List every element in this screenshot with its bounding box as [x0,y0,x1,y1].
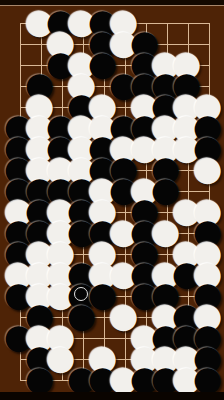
white-stone: ● [197,305,218,326]
white-stone: ● [197,95,218,116]
grid-line-vertical [146,23,147,381]
grid-line-vertical [167,23,168,381]
black-stone: ● [8,158,29,179]
white-stone: ● [29,326,50,347]
black-stone: ● [8,116,29,137]
black-stone: ● [50,179,71,200]
black-stone: ● [155,74,176,95]
black-stone: ● [155,368,176,389]
black-stone: ● [29,221,50,242]
black-stone: ● [92,32,113,53]
white-stone: ● [29,116,50,137]
white-stone: ● [113,137,134,158]
white-stone: ● [155,116,176,137]
white-stone: ● [134,326,155,347]
grid-line-horizontal [20,128,210,129]
black-stone: ● [134,263,155,284]
black-stone: ● [29,200,50,221]
white-stone: ● [29,137,50,158]
white-stone: ● [92,116,113,137]
white-stone: ● [92,242,113,263]
white-stone: ● [50,221,71,242]
grid-line-horizontal [20,65,210,66]
black-stone: ● [71,368,92,389]
black-stone: ● [71,305,92,326]
black-stone: ● [29,305,50,326]
grid-line-horizontal [20,233,210,234]
black-stone: ● [155,179,176,200]
black-stone: ● [197,347,218,368]
white-stone: ● [176,53,197,74]
black-stone: ● [71,221,92,242]
white-stone: ● [29,158,50,179]
grid-line-horizontal [20,149,210,150]
white-stone: ● [134,179,155,200]
grid-line-vertical [62,23,63,381]
black-stone: ● [155,95,176,116]
black-stone: ● [92,53,113,74]
white-stone: ● [176,200,197,221]
white-stone: ● [8,263,29,284]
top-bar-divider [0,5,224,6]
white-stone: ● [92,200,113,221]
white-stone: ● [29,95,50,116]
grid-line-vertical [41,23,42,381]
grid-line-horizontal [20,23,210,24]
white-stone: ● [176,242,197,263]
white-stone: ● [71,116,92,137]
black-stone: ● [29,347,50,368]
black-stone: ● [71,95,92,116]
black-stone: ● [8,137,29,158]
white-stone: ● [176,116,197,137]
grid-line-horizontal [20,296,210,297]
white-stone: ● [50,284,71,305]
black-stone: ● [50,11,71,32]
black-stone: ● [92,284,113,305]
white-stone: ● [92,263,113,284]
white-stone: ● [197,158,218,179]
black-stone: ● [92,368,113,389]
white-stone: ● [155,347,176,368]
black-stone: ● [113,158,134,179]
black-stone: ● [113,74,134,95]
black-stone: ● [71,284,92,305]
black-stone: ● [50,53,71,74]
black-stone: ● [176,263,197,284]
white-stone: ● [71,158,92,179]
black-stone: ● [71,263,92,284]
black-stone: ● [176,305,197,326]
black-stone: ● [134,116,155,137]
white-stone: ● [155,53,176,74]
grid-line-horizontal [20,86,210,87]
last-move-marker [74,287,88,301]
black-stone: ● [113,179,134,200]
white-stone: ● [155,137,176,158]
white-stone: ● [71,11,92,32]
black-stone: ● [197,137,218,158]
black-stone: ● [50,137,71,158]
grid-line-horizontal [20,212,210,213]
black-stone: ● [134,284,155,305]
grid-line-horizontal [20,44,210,45]
black-stone: ● [134,74,155,95]
grid-line-horizontal [20,275,210,276]
white-stone: ● [92,347,113,368]
black-stone: ● [8,221,29,242]
grid-line-horizontal [20,107,210,108]
white-stone: ● [29,263,50,284]
black-stone: ● [8,179,29,200]
app-screen: ●●●●●●●●●●●●●●●●●●●●●●●●●●●●●●●●●●●●●●●●… [0,0,224,400]
grid-line-horizontal [20,380,210,381]
black-stone: ● [92,11,113,32]
black-stone: ● [71,179,92,200]
grid-line-horizontal [20,317,210,318]
white-stone: ● [113,11,134,32]
white-stone: ● [50,326,71,347]
white-stone: ● [134,95,155,116]
white-stone: ● [113,221,134,242]
white-stone: ● [71,137,92,158]
black-stone: ● [155,284,176,305]
white-stone: ● [29,242,50,263]
white-stone: ● [92,95,113,116]
grid-line-vertical [188,23,189,381]
grid-line-horizontal [20,191,210,192]
white-stone: ● [29,11,50,32]
white-stone: ● [197,242,218,263]
black-stone: ● [29,368,50,389]
black-stone: ● [134,221,155,242]
black-stone: ● [155,158,176,179]
black-stone: ● [8,326,29,347]
white-stone: ● [197,263,218,284]
white-stone: ● [134,347,155,368]
white-stone: ● [113,263,134,284]
grid-line-horizontal [20,170,210,171]
grid-line-horizontal [20,359,210,360]
black-stone: ● [113,116,134,137]
black-stone: ● [8,242,29,263]
white-stone: ● [155,305,176,326]
white-stone: ● [50,32,71,53]
white-stone: ● [29,284,50,305]
white-stone: ● [113,32,134,53]
black-stone: ● [197,284,218,305]
black-stone: ● [197,221,218,242]
black-stone: ● [29,74,50,95]
black-stone: ● [197,368,218,389]
black-stone: ● [134,53,155,74]
white-stone: ● [71,53,92,74]
white-stone: ● [113,305,134,326]
bottom-bar [0,392,224,400]
grid-line-horizontal [20,254,210,255]
black-stone: ● [92,221,113,242]
black-stone: ● [176,326,197,347]
white-stone: ● [50,242,71,263]
black-stone: ● [197,326,218,347]
black-stone: ● [134,200,155,221]
white-stone: ● [92,179,113,200]
grid-line-vertical [125,23,126,381]
white-stone: ● [197,200,218,221]
white-stone: ● [8,200,29,221]
white-stone: ● [176,368,197,389]
grid-line-vertical [83,23,84,381]
white-stone: ● [71,74,92,95]
black-stone: ● [134,32,155,53]
black-stone: ● [8,284,29,305]
grid-line-vertical [20,23,21,381]
black-stone: ● [29,179,50,200]
black-stone: ● [155,326,176,347]
black-stone: ● [134,368,155,389]
white-stone: ● [155,221,176,242]
black-stone: ● [197,116,218,137]
black-stone: ● [50,116,71,137]
white-stone: ● [113,368,134,389]
white-stone: ● [176,95,197,116]
white-stone: ● [50,158,71,179]
white-stone: ● [176,347,197,368]
white-stone: ● [50,200,71,221]
black-stone: ● [134,242,155,263]
grid-line-vertical [104,23,105,381]
white-stone: ● [176,137,197,158]
white-stone: ● [50,263,71,284]
black-stone: ● [92,158,113,179]
white-stone: ● [155,263,176,284]
black-stone: ● [92,137,113,158]
black-stone: ● [176,74,197,95]
black-stone: ● [71,200,92,221]
grid-line-vertical [209,23,210,381]
white-stone: ● [50,347,71,368]
grid-line-horizontal [20,338,210,339]
white-stone: ● [134,137,155,158]
